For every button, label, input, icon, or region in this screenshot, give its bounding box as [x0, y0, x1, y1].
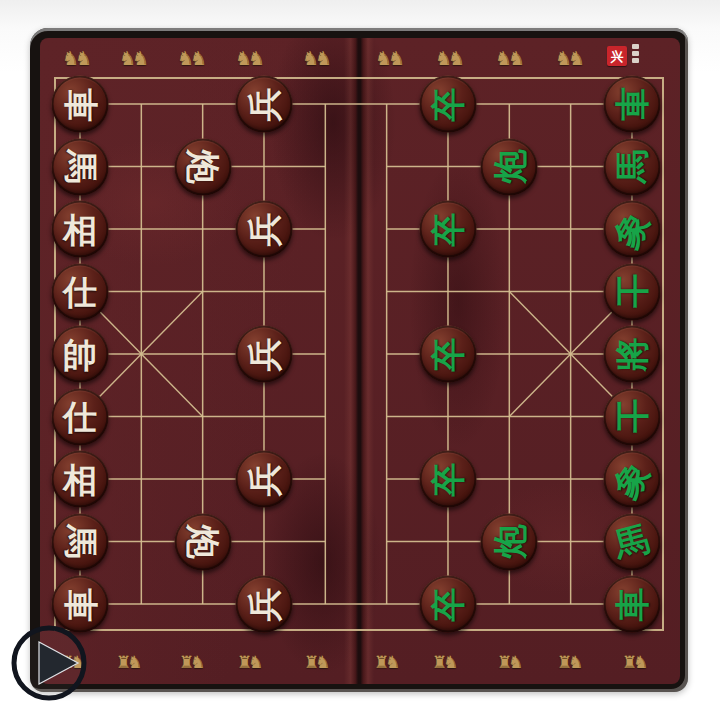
bottom-decorative-band: ♜♞♜♞♜♞♜♞♜♞♜♞♜♞♜♞♜♞♜♞	[40, 644, 680, 680]
gold-animal-motif: ♞♞	[119, 49, 145, 68]
product-photo: ♞♞♞♞♞♞♞♞♞♞♞♞♞♞♞♞♞♞ ♜♞♜♞♜♞♜♞♜♞♜♞♜♞♜♞♜♞♜♞ …	[0, 0, 720, 720]
piece-red-elephant[interactable]: 相	[52, 201, 109, 258]
piece-red-horse[interactable]: 馬	[52, 513, 109, 570]
piece-character: 馬	[63, 150, 97, 184]
piece-character: 炮	[186, 525, 220, 559]
piece-character: 兵	[247, 462, 281, 496]
gold-carriage-motif: ♜♞	[179, 654, 201, 671]
gold-animal-motif: ♞♞	[62, 49, 88, 68]
piece-black-advisor[interactable]: 士	[603, 263, 660, 320]
gold-carriage-motif: ♜♞	[237, 654, 259, 671]
piece-black-soldier[interactable]: 卒	[419, 76, 476, 133]
play-button[interactable]	[0, 614, 110, 720]
piece-red-soldier[interactable]: 兵	[235, 451, 292, 508]
piece-red-soldier[interactable]: 兵	[235, 326, 292, 383]
piece-character: 仕	[63, 400, 97, 434]
piece-character: 相	[63, 462, 97, 496]
piece-character: 象	[609, 206, 655, 252]
piece-character: 士	[615, 275, 649, 309]
piece-character: 馬	[611, 521, 653, 563]
piece-black-advisor[interactable]: 士	[603, 388, 660, 445]
brand-stamp: 兴	[607, 46, 627, 66]
piece-character: 將	[615, 337, 649, 371]
piece-character: 卒	[431, 87, 465, 121]
piece-character: 炮	[186, 150, 220, 184]
piece-character: 兵	[247, 337, 281, 371]
piece-character: 相	[63, 212, 97, 246]
piece-black-general[interactable]: 將	[603, 326, 660, 383]
piece-black-soldier[interactable]: 卒	[419, 326, 476, 383]
piece-black-elephant[interactable]: 象	[603, 201, 660, 258]
gold-carriage-motif: ♜♞	[497, 654, 519, 671]
piece-red-advisor[interactable]: 仕	[52, 388, 109, 445]
piece-red-advisor[interactable]: 仕	[52, 263, 109, 320]
piece-character: 卒	[431, 462, 465, 496]
piece-black-chariot[interactable]: 車	[603, 576, 660, 633]
piece-character: 兵	[247, 212, 281, 246]
piece-character: 車	[63, 87, 97, 121]
gold-carriage-motif: ♜♞	[622, 654, 644, 671]
piece-character: 炮	[492, 150, 526, 184]
piece-red-cannon[interactable]: 炮	[174, 513, 231, 570]
gold-carriage-motif: ♜♞	[304, 654, 326, 671]
gold-animal-motif: ♞♞	[177, 49, 203, 68]
piece-character: 兵	[247, 87, 281, 121]
piece-character: 炮	[492, 525, 526, 559]
gold-animal-motif: ♞♞	[435, 49, 461, 68]
piece-character: 馬	[615, 150, 649, 184]
piece-black-soldier[interactable]: 卒	[419, 451, 476, 508]
piece-character: 兵	[247, 587, 281, 621]
piece-red-cannon[interactable]: 炮	[174, 138, 231, 195]
piece-black-horse[interactable]: 馬	[603, 138, 660, 195]
gold-carriage-motif: ♜♞	[432, 654, 454, 671]
piece-character: 士	[615, 400, 649, 434]
gold-carriage-motif: ♜♞	[374, 654, 396, 671]
gold-carriage-motif: ♜♞	[116, 654, 138, 671]
gold-animal-motif: ♞♞	[302, 49, 328, 68]
gold-animal-motif: ♞♞	[235, 49, 261, 68]
piece-black-elephant[interactable]: 象	[603, 451, 660, 508]
gold-carriage-motif: ♜♞	[557, 654, 579, 671]
brand-stamp-text	[632, 44, 640, 65]
gold-animal-motif: ♞♞	[555, 49, 581, 68]
piece-red-soldier[interactable]: 兵	[235, 201, 292, 258]
piece-black-soldier[interactable]: 卒	[419, 576, 476, 633]
piece-character: 卒	[431, 587, 465, 621]
piece-red-general[interactable]: 帥	[52, 326, 109, 383]
top-decorative-band: ♞♞♞♞♞♞♞♞♞♞♞♞♞♞♞♞♞♞	[40, 40, 680, 76]
piece-red-chariot[interactable]: 車	[52, 76, 109, 133]
piece-character: 象	[608, 455, 655, 502]
piece-character: 帥	[63, 337, 97, 371]
piece-black-chariot[interactable]: 車	[603, 76, 660, 133]
piece-red-elephant[interactable]: 相	[52, 451, 109, 508]
piece-character: 仕	[63, 275, 97, 309]
piece-black-cannon[interactable]: 炮	[481, 138, 538, 195]
piece-character: 卒	[431, 337, 465, 371]
piece-character: 車	[615, 87, 649, 121]
gold-animal-motif: ♞♞	[495, 49, 521, 68]
piece-red-horse[interactable]: 馬	[52, 138, 109, 195]
piece-black-soldier[interactable]: 卒	[419, 201, 476, 258]
gold-animal-motif: ♞♞	[375, 49, 401, 68]
piece-red-soldier[interactable]: 兵	[235, 576, 292, 633]
piece-black-horse[interactable]: 馬	[603, 513, 660, 570]
piece-character: 車	[615, 587, 649, 621]
piece-character: 馬	[63, 525, 97, 559]
piece-black-cannon[interactable]: 炮	[481, 513, 538, 570]
piece-red-soldier[interactable]: 兵	[235, 76, 292, 133]
piece-character: 卒	[431, 212, 465, 246]
